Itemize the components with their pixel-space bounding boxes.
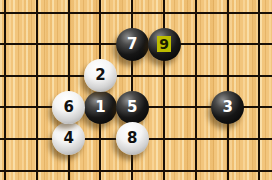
move-number-label: 8 xyxy=(127,131,137,146)
stone-black-1: 1 xyxy=(84,91,117,124)
move-number-label: 7 xyxy=(127,37,137,52)
move-number-label: 3 xyxy=(222,100,232,115)
grid-line-vertical-6 xyxy=(195,0,197,180)
grid-line-horizontal-5 xyxy=(0,170,272,172)
stone-white-2: 2 xyxy=(84,59,117,92)
move-number-label: 2 xyxy=(95,68,105,83)
stone-black-3: 3 xyxy=(211,91,244,124)
stone-black-5: 5 xyxy=(116,91,149,124)
grid-line-vertical-1 xyxy=(36,0,38,180)
move-number-label: 1 xyxy=(95,100,105,115)
stone-white-8: 8 xyxy=(116,122,149,155)
grid-line-vertical-8 xyxy=(258,0,260,180)
grid-line-horizontal-2 xyxy=(0,75,272,77)
stone-white-6: 6 xyxy=(52,91,85,124)
go-board[interactable]: 123456789 xyxy=(0,0,272,180)
stone-black-9-last-move: 9 xyxy=(148,28,181,61)
grid-line-vertical-0 xyxy=(4,0,6,180)
screenshot-stage: 123456789 xyxy=(0,0,272,180)
last-move-number-badge: 9 xyxy=(157,36,171,52)
move-number-label: 6 xyxy=(63,100,73,115)
stone-white-4: 4 xyxy=(52,122,85,155)
move-number-label: 4 xyxy=(63,131,73,146)
stone-black-7: 7 xyxy=(116,28,149,61)
grid-line-horizontal-0 xyxy=(0,12,272,14)
move-number-label: 5 xyxy=(127,100,137,115)
